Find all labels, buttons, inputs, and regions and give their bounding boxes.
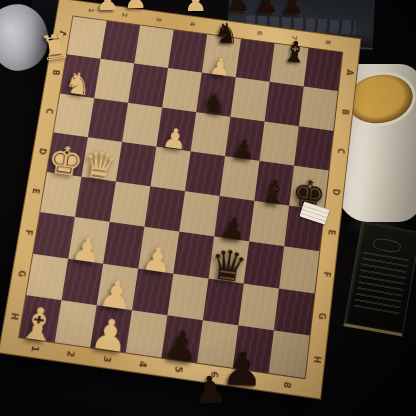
white-knight-icon: ♞: [62, 68, 94, 101]
piece-black-queen-f6[interactable]: ♛: [209, 237, 250, 284]
pieces-layer: ♟♞♞♟♟♚♛♝♚♟♟♟♛♟♝♟♟: [18, 15, 343, 379]
piece-white-queen-d2[interactable]: ♛: [81, 137, 122, 182]
glass-logo: [372, 237, 402, 254]
white-pawn-icon: ♟: [161, 124, 189, 154]
white-queen-icon: ♛: [80, 145, 119, 186]
white-pawn-icon: ♟: [140, 241, 174, 278]
captured-black-pawn-bottom-rail-2[interactable]: ♟: [221, 345, 265, 393]
piece-black-pawn-h5[interactable]: ♟: [161, 316, 203, 364]
white-pawn-icon: ♟: [88, 312, 132, 360]
white-pawn-icon: ♟: [70, 231, 105, 268]
black-queen-icon: ♛: [207, 243, 249, 289]
black-pawn-icon: ♟: [230, 134, 257, 163]
photo-scene: ABCDEFGH ABCDEFGH 12345678 12345678 ♟♞♞♟…: [0, 0, 416, 416]
piece-black-pawn-e6[interactable]: ♟: [214, 196, 254, 242]
captured-white-rook-left-rail[interactable]: ♜: [38, 28, 73, 66]
shelf-white-pawn-3[interactable]: ♟: [184, 0, 207, 15]
shelf-black-pawn-3[interactable]: ♟: [281, 0, 304, 18]
captured-black-bishop-top-rail[interactable]: ♝: [281, 37, 310, 69]
piece-white-pawn-f4[interactable]: ♟: [138, 227, 179, 273]
piece-white-pawn-c4[interactable]: ♟: [156, 106, 196, 150]
piece-black-knight-b5[interactable]: ♞: [196, 72, 236, 116]
etched-glass[interactable]: [343, 222, 416, 337]
piece-white-bishop-h1[interactable]: ♝: [18, 296, 61, 344]
black-pawn-icon: ♟: [161, 324, 202, 369]
black-bishop-icon: ♝: [257, 174, 290, 210]
piece-black-pawn-c6[interactable]: ♟: [225, 116, 265, 161]
black-knight-icon: ♞: [200, 88, 229, 119]
glass-etching: [353, 251, 408, 316]
shelf-black-pawn-1[interactable]: ♟: [226, 0, 251, 16]
shelf-white-pawn-2[interactable]: ♟: [124, 0, 147, 12]
piece-white-pawn-f2[interactable]: ♟: [67, 217, 109, 263]
piece-white-pawn-h3[interactable]: ♟: [90, 306, 132, 354]
shelf-white-pawn-1[interactable]: ♟: [96, 0, 119, 14]
white-bishop-icon: ♝: [15, 300, 61, 350]
captured-black-knight-top-rail[interactable]: ♞: [213, 19, 240, 49]
piece-white-pawn-g3[interactable]: ♟: [96, 264, 138, 311]
piece-black-bishop-d7[interactable]: ♝: [255, 160, 295, 205]
shelf-black-pawn-2[interactable]: ♟: [254, 0, 279, 18]
